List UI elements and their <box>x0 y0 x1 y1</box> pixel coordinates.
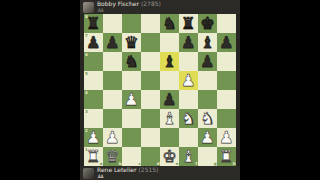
square-g1[interactable]: g <box>198 147 217 166</box>
white-pawn-g2: ♟ <box>198 128 217 147</box>
player-avatar-top <box>83 2 94 13</box>
square-g3[interactable]: ♞ <box>198 109 217 128</box>
square-f8[interactable]: ♜ <box>179 14 198 33</box>
square-b7[interactable]: ♟ <box>103 33 122 52</box>
square-d1[interactable]: d <box>141 147 160 166</box>
black-pawn-f7: ♟ <box>179 33 198 52</box>
square-c8[interactable] <box>122 14 141 33</box>
white-pawn-h2: ♟ <box>217 128 236 147</box>
square-a3[interactable]: 3 <box>84 109 103 128</box>
black-pawn-e4: ♟ <box>160 90 179 109</box>
captured-pieces-top-icon: ♙♙ <box>97 7 151 12</box>
white-knight-f3: ♞ <box>179 109 198 128</box>
square-b1[interactable]: b♛ <box>103 147 122 166</box>
rank-label-3: 3 <box>85 110 88 114</box>
square-f6[interactable] <box>179 52 198 71</box>
square-g5[interactable] <box>198 71 217 90</box>
player-bar-top: Bobby Fischer(2785) ♙♙ <box>80 0 240 14</box>
chess-board[interactable]: 8♜♞♜♚7♟♟♛♟♝♟6♞♝♟5♟4♟♟3♝♞♞2♟♟♟♟1a♜b♛cde♚f… <box>84 14 236 166</box>
square-d8[interactable] <box>141 14 160 33</box>
square-d3[interactable] <box>141 109 160 128</box>
square-f1[interactable]: f♝ <box>179 147 198 166</box>
rank-label-1: 1 <box>85 148 88 152</box>
square-a5[interactable]: 5 <box>84 71 103 90</box>
player-info-top: Bobby Fischer(2785) ♙♙ <box>97 1 161 13</box>
black-bishop-g7: ♝ <box>198 33 217 52</box>
black-pawn-g6: ♟ <box>198 52 217 71</box>
black-bishop-e6: ♝ <box>160 52 179 71</box>
player-rating-top: (2785) <box>141 0 161 7</box>
square-b4[interactable] <box>103 90 122 109</box>
square-g7[interactable]: ♝ <box>198 33 217 52</box>
white-pawn-f5: ♟ <box>179 71 198 90</box>
square-h7[interactable]: ♟ <box>217 33 236 52</box>
player-info-bottom: Rene Letelier(2515) ♟♟ <box>97 167 158 179</box>
square-c4[interactable]: ♟ <box>122 90 141 109</box>
square-f4[interactable] <box>179 90 198 109</box>
player-name-top: Bobby Fischer(2785) <box>97 1 161 7</box>
black-queen-c7: ♛ <box>122 33 141 52</box>
white-bishop-e3: ♝ <box>160 109 179 128</box>
square-d2[interactable] <box>141 128 160 147</box>
rank-label-8: 8 <box>85 15 88 19</box>
content-column: Bobby Fischer(2785) ♙♙ 8♜♞♜♚7♟♟♛♟♝♟6♞♝♟5… <box>80 0 240 180</box>
captured-pieces-bottom-icon: ♟♟ <box>97 173 149 178</box>
square-g8[interactable]: ♚ <box>198 14 217 33</box>
white-pawn-c4: ♟ <box>122 90 141 109</box>
square-b2[interactable]: ♟ <box>103 128 122 147</box>
square-b5[interactable] <box>103 71 122 90</box>
rank-label-2: 2 <box>85 129 88 133</box>
square-f2[interactable] <box>179 128 198 147</box>
black-rook-f8: ♜ <box>179 14 198 33</box>
square-c2[interactable] <box>122 128 141 147</box>
square-a7[interactable]: 7♟ <box>84 33 103 52</box>
square-e8[interactable]: ♞ <box>160 14 179 33</box>
square-g4[interactable] <box>198 90 217 109</box>
rank-label-4: 4 <box>85 91 88 95</box>
square-a8[interactable]: 8♜ <box>84 14 103 33</box>
square-f7[interactable]: ♟ <box>179 33 198 52</box>
square-a4[interactable]: 4 <box>84 90 103 109</box>
square-c6[interactable]: ♞ <box>122 52 141 71</box>
square-h3[interactable] <box>217 109 236 128</box>
file-label-h: h <box>233 162 236 166</box>
square-c1[interactable]: c <box>122 147 141 166</box>
square-d5[interactable] <box>141 71 160 90</box>
square-f3[interactable]: ♞ <box>179 109 198 128</box>
square-b3[interactable] <box>103 109 122 128</box>
square-h2[interactable]: ♟ <box>217 128 236 147</box>
black-pawn-b7: ♟ <box>103 33 122 52</box>
square-h8[interactable] <box>217 14 236 33</box>
rank-label-6: 6 <box>85 53 88 57</box>
player-bar-bottom: Rene Letelier(2515) ♟♟ <box>80 166 240 180</box>
square-d4[interactable] <box>141 90 160 109</box>
square-h1[interactable]: h♜ <box>217 147 236 166</box>
player-name-text: Bobby Fischer <box>97 0 139 7</box>
square-d7[interactable] <box>141 33 160 52</box>
square-a1[interactable]: 1a♜ <box>84 147 103 166</box>
square-e3[interactable]: ♝ <box>160 109 179 128</box>
square-h5[interactable] <box>217 71 236 90</box>
square-c7[interactable]: ♛ <box>122 33 141 52</box>
square-c5[interactable] <box>122 71 141 90</box>
rank-label-5: 5 <box>85 72 88 76</box>
square-e5[interactable] <box>160 71 179 90</box>
square-a6[interactable]: 6 <box>84 52 103 71</box>
square-a2[interactable]: 2♟ <box>84 128 103 147</box>
square-e6[interactable]: ♝ <box>160 52 179 71</box>
black-knight-e8: ♞ <box>160 14 179 33</box>
square-g6[interactable]: ♟ <box>198 52 217 71</box>
square-g2[interactable]: ♟ <box>198 128 217 147</box>
square-e2[interactable] <box>160 128 179 147</box>
square-b6[interactable] <box>103 52 122 71</box>
square-h4[interactable] <box>217 90 236 109</box>
square-e7[interactable] <box>160 33 179 52</box>
video-frame: Bobby Fischer(2785) ♙♙ 8♜♞♜♚7♟♟♛♟♝♟6♞♝♟5… <box>0 0 320 180</box>
square-d6[interactable] <box>141 52 160 71</box>
square-e4[interactable]: ♟ <box>160 90 179 109</box>
white-knight-g3: ♞ <box>198 109 217 128</box>
player-avatar-bottom <box>83 168 94 179</box>
square-b8[interactable] <box>103 14 122 33</box>
player-rating-bottom: (2515) <box>138 166 158 173</box>
square-c3[interactable] <box>122 109 141 128</box>
white-pawn-b2: ♟ <box>103 128 122 147</box>
player-name-bottom: Rene Letelier(2515) <box>97 167 158 173</box>
square-f5[interactable]: ♟ <box>179 71 198 90</box>
black-pawn-h7: ♟ <box>217 33 236 52</box>
square-h6[interactable] <box>217 52 236 71</box>
square-e1[interactable]: e♚ <box>160 147 179 166</box>
black-king-g8: ♚ <box>198 14 217 33</box>
black-knight-c6: ♞ <box>122 52 141 71</box>
rank-label-7: 7 <box>85 34 88 38</box>
